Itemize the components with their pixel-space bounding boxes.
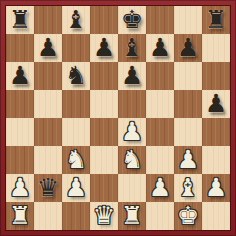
square-h1[interactable] [202, 202, 230, 230]
black-king[interactable]: ♚ [118, 6, 146, 34]
white-knight[interactable]: ♞ [118, 146, 146, 174]
black-knight[interactable]: ♞ [62, 62, 90, 90]
square-c3[interactable]: ♞ [62, 146, 90, 174]
black-bishop[interactable]: ♝ [62, 6, 90, 34]
square-g3[interactable]: ♟ [174, 146, 202, 174]
square-h7[interactable] [202, 34, 230, 62]
white-rook[interactable]: ♜ [118, 202, 146, 230]
square-f6[interactable] [146, 62, 174, 90]
square-b4[interactable] [34, 118, 62, 146]
white-pawn[interactable]: ♟ [6, 174, 34, 202]
square-b1[interactable] [34, 202, 62, 230]
square-e5[interactable] [118, 90, 146, 118]
white-pawn[interactable]: ♟ [202, 174, 230, 202]
square-d3[interactable] [90, 146, 118, 174]
square-h5[interactable]: ♟ [202, 90, 230, 118]
square-c8[interactable]: ♝ [62, 6, 90, 34]
black-pawn[interactable]: ♟ [34, 34, 62, 62]
square-f3[interactable] [146, 146, 174, 174]
square-a7[interactable] [6, 34, 34, 62]
square-e6[interactable]: ♟ [118, 62, 146, 90]
square-a6[interactable]: ♟ [6, 62, 34, 90]
white-pawn[interactable]: ♟ [118, 118, 146, 146]
square-b7[interactable]: ♟ [34, 34, 62, 62]
square-e2[interactable] [118, 174, 146, 202]
chess-board: ♜♝♚♜♟♟♝♟♟♟♞♟♟♟♞♞♟♟♛♟♟♝♟♜♛♜♚ [6, 6, 230, 230]
square-e4[interactable]: ♟ [118, 118, 146, 146]
square-f2[interactable]: ♟ [146, 174, 174, 202]
square-d8[interactable] [90, 6, 118, 34]
board-frame: ♜♝♚♜♟♟♝♟♟♟♞♟♟♟♞♞♟♟♛♟♟♝♟♜♛♜♚ [0, 0, 236, 236]
square-h8[interactable]: ♜ [202, 6, 230, 34]
square-c1[interactable] [62, 202, 90, 230]
black-pawn[interactable]: ♟ [202, 90, 230, 118]
black-queen[interactable]: ♛ [34, 174, 62, 202]
square-a3[interactable] [6, 146, 34, 174]
square-c4[interactable] [62, 118, 90, 146]
square-c5[interactable] [62, 90, 90, 118]
square-a2[interactable]: ♟ [6, 174, 34, 202]
square-c7[interactable] [62, 34, 90, 62]
square-g8[interactable] [174, 6, 202, 34]
black-pawn[interactable]: ♟ [90, 34, 118, 62]
square-d2[interactable] [90, 174, 118, 202]
square-g5[interactable] [174, 90, 202, 118]
white-pawn[interactable]: ♟ [62, 174, 90, 202]
black-bishop[interactable]: ♝ [118, 34, 146, 62]
square-e8[interactable]: ♚ [118, 6, 146, 34]
square-g4[interactable] [174, 118, 202, 146]
square-c2[interactable]: ♟ [62, 174, 90, 202]
square-f5[interactable] [146, 90, 174, 118]
square-b3[interactable] [34, 146, 62, 174]
square-c6[interactable]: ♞ [62, 62, 90, 90]
square-b2[interactable]: ♛ [34, 174, 62, 202]
square-h6[interactable] [202, 62, 230, 90]
square-d1[interactable]: ♛ [90, 202, 118, 230]
square-g1[interactable]: ♚ [174, 202, 202, 230]
white-pawn[interactable]: ♟ [174, 146, 202, 174]
black-rook[interactable]: ♜ [6, 6, 34, 34]
square-h3[interactable] [202, 146, 230, 174]
square-d6[interactable] [90, 62, 118, 90]
white-queen[interactable]: ♛ [90, 202, 118, 230]
square-d7[interactable]: ♟ [90, 34, 118, 62]
square-a1[interactable]: ♜ [6, 202, 34, 230]
square-a4[interactable] [6, 118, 34, 146]
black-pawn[interactable]: ♟ [174, 34, 202, 62]
square-g6[interactable] [174, 62, 202, 90]
square-d5[interactable] [90, 90, 118, 118]
square-g7[interactable]: ♟ [174, 34, 202, 62]
square-b5[interactable] [34, 90, 62, 118]
square-g2[interactable]: ♝ [174, 174, 202, 202]
white-pawn[interactable]: ♟ [146, 174, 174, 202]
black-pawn[interactable]: ♟ [146, 34, 174, 62]
square-b6[interactable] [34, 62, 62, 90]
square-f8[interactable] [146, 6, 174, 34]
square-a5[interactable] [6, 90, 34, 118]
white-bishop[interactable]: ♝ [174, 174, 202, 202]
black-pawn[interactable]: ♟ [118, 62, 146, 90]
square-d4[interactable] [90, 118, 118, 146]
square-b8[interactable] [34, 6, 62, 34]
white-knight[interactable]: ♞ [62, 146, 90, 174]
square-e1[interactable]: ♜ [118, 202, 146, 230]
square-e7[interactable]: ♝ [118, 34, 146, 62]
white-rook[interactable]: ♜ [6, 202, 34, 230]
black-pawn[interactable]: ♟ [6, 62, 34, 90]
square-f4[interactable] [146, 118, 174, 146]
square-f7[interactable]: ♟ [146, 34, 174, 62]
square-f1[interactable] [146, 202, 174, 230]
white-king[interactable]: ♚ [174, 202, 202, 230]
square-h4[interactable] [202, 118, 230, 146]
square-h2[interactable]: ♟ [202, 174, 230, 202]
black-rook[interactable]: ♜ [202, 6, 230, 34]
square-e3[interactable]: ♞ [118, 146, 146, 174]
square-a8[interactable]: ♜ [6, 6, 34, 34]
